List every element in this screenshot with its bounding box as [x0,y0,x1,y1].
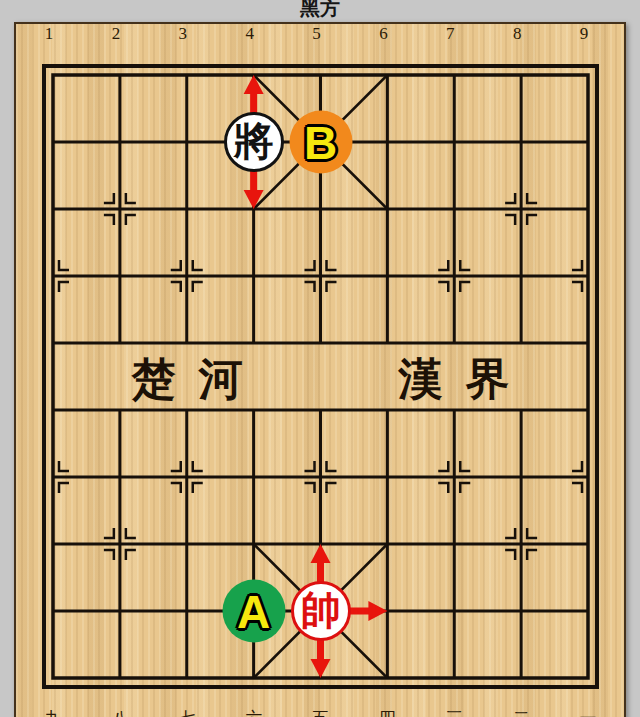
piece-marker-b[interactable]: B [289,111,352,174]
river-text-right: 漢 界 [327,350,587,409]
file-label-top-1: 1 [45,24,54,44]
file-label-top-5: 5 [312,24,321,44]
file-label-top-8: 8 [513,24,522,44]
file-label-bottom-9: 一 [580,707,597,717]
file-label-bottom-6: 四 [379,707,396,717]
file-label-top-6: 6 [379,24,388,44]
piece-black-general[interactable]: 將 [224,112,284,172]
file-label-bottom-3: 七 [178,707,195,717]
file-label-top-9: 9 [580,24,589,44]
piece-red-general[interactable]: 帥 [291,581,351,641]
file-label-top-7: 7 [446,24,455,44]
file-label-bottom-2: 八 [111,707,128,717]
file-label-top-3: 3 [179,24,188,44]
black-side-label: 黑方 [0,0,640,22]
file-label-bottom-5: 五 [312,707,329,717]
piece-marker-a[interactable]: A [222,580,285,643]
file-label-bottom-7: 三 [446,707,463,717]
file-label-bottom-1: 九 [45,707,62,717]
xiangqi-diagram: 黑方 楚 河 漢 界 123456789 九八七六五四三二一 將BA帥 [0,0,640,717]
file-label-top-2: 2 [112,24,121,44]
file-label-bottom-4: 六 [245,707,262,717]
file-label-bottom-8: 二 [513,707,530,717]
file-label-top-4: 4 [245,24,254,44]
river-text-left: 楚 河 [60,350,320,409]
